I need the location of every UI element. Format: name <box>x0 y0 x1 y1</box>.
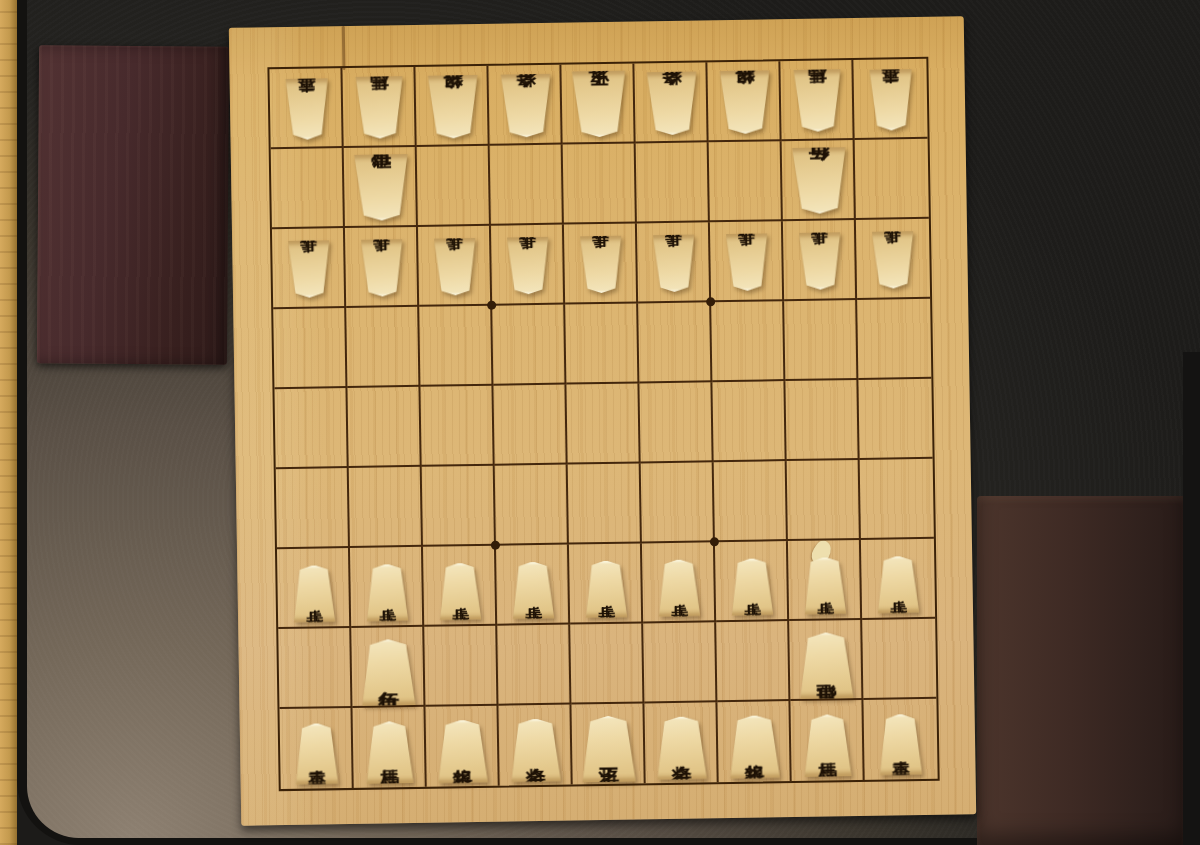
board-cell[interactable] <box>493 385 567 466</box>
board-cell[interactable] <box>857 299 931 380</box>
piece-kanji: 歩兵 <box>811 259 828 262</box>
board-cell[interactable] <box>271 148 345 229</box>
star-point <box>491 541 500 550</box>
piece-kanji: 歩兵 <box>378 591 395 594</box>
board-grid: 香車桂馬銀将金将玉将金将銀将桂馬香車飛車角行歩兵歩兵歩兵歩兵歩兵歩兵歩兵歩兵歩兵… <box>267 57 939 791</box>
board-cell[interactable] <box>784 300 858 381</box>
board-cell[interactable] <box>563 143 637 224</box>
piece-kanji: 玉将 <box>588 102 609 105</box>
board-cell[interactable] <box>349 467 423 548</box>
board-cell[interactable] <box>273 308 347 389</box>
piece-kanji: 歩兵 <box>519 264 536 267</box>
piece-kanji: 金将 <box>671 746 691 749</box>
piece-kanji: 歩兵 <box>451 590 468 593</box>
piece-kanji: 角行 <box>808 179 829 182</box>
board-cell[interactable] <box>424 626 498 707</box>
board-cell[interactable] <box>497 625 571 706</box>
shogi-board: 香車桂馬銀将金将玉将金将銀将桂馬香車飛車角行歩兵歩兵歩兵歩兵歩兵歩兵歩兵歩兵歩兵… <box>229 16 976 825</box>
piece-kanji: 香車 <box>307 752 325 755</box>
piece-kanji: 香車 <box>881 98 899 101</box>
piece-stand-top-left <box>37 45 229 364</box>
piece-kanji: 香車 <box>297 107 315 110</box>
board-cell[interactable] <box>566 383 640 464</box>
board-cell[interactable] <box>785 380 859 461</box>
piece-kanji: 銀将 <box>442 105 462 108</box>
board-cell[interactable] <box>420 386 494 467</box>
piece-kanji: 飛車 <box>370 186 391 189</box>
piece-kanji: 桂馬 <box>808 99 827 102</box>
piece-kanji: 歩兵 <box>373 266 390 269</box>
piece-kanji: 歩兵 <box>670 586 687 589</box>
board-cell[interactable] <box>709 141 783 222</box>
board-cell[interactable] <box>862 619 936 700</box>
board-cell[interactable] <box>565 303 639 384</box>
board-cell[interactable] <box>639 382 713 463</box>
board-cell[interactable] <box>636 142 710 223</box>
board-cell[interactable] <box>714 461 788 542</box>
piece-kanji: 歩兵 <box>743 585 760 588</box>
star-point <box>487 301 496 310</box>
board-cell[interactable] <box>490 145 564 226</box>
piece-kanji: 桂馬 <box>818 744 837 747</box>
piece-kanji: 歩兵 <box>889 583 906 586</box>
board-cell[interactable] <box>641 462 715 543</box>
piece-kanji: 桂馬 <box>370 106 389 109</box>
piece-stand-right <box>977 496 1185 845</box>
piece-kanji: 歩兵 <box>665 261 682 264</box>
left-shelf-wood-strip <box>0 0 17 845</box>
piece-kanji: 王将 <box>598 747 619 750</box>
board-cell[interactable] <box>492 305 566 386</box>
board-cell[interactable] <box>787 460 861 541</box>
board-cell[interactable] <box>422 466 496 547</box>
board-cell[interactable] <box>716 621 790 702</box>
piece-kanji: 金将 <box>525 748 545 751</box>
board-cell[interactable] <box>274 388 348 469</box>
board-cell[interactable] <box>711 301 785 382</box>
board-cell[interactable] <box>638 302 712 383</box>
board-cell[interactable] <box>712 381 786 462</box>
photo-scene: 香車桂馬銀将金将玉将金将銀将桂馬香車飛車角行歩兵歩兵歩兵歩兵歩兵歩兵歩兵歩兵歩兵… <box>0 0 1200 845</box>
board-cell[interactable] <box>570 623 644 704</box>
board-cell[interactable] <box>278 628 352 709</box>
piece-kanji: 歩兵 <box>738 260 755 263</box>
board-cell[interactable] <box>858 379 932 460</box>
board-cell[interactable] <box>568 463 642 544</box>
table-shadow-right <box>1183 352 1200 845</box>
board-cell[interactable] <box>346 307 420 388</box>
piece-kanji: 歩兵 <box>884 258 901 261</box>
piece-kanji: 歩兵 <box>597 587 614 590</box>
piece-kanji: 桂馬 <box>380 751 399 754</box>
board-cell[interactable] <box>860 459 934 540</box>
piece-kanji: 飛車 <box>816 664 837 667</box>
board-cell[interactable] <box>643 622 717 703</box>
piece-kanji: 歩兵 <box>816 584 833 587</box>
piece-kanji: 歩兵 <box>305 592 322 595</box>
piece-kanji: 歩兵 <box>300 267 317 270</box>
board-cell[interactable] <box>347 387 421 468</box>
piece-kanji: 金将 <box>661 101 681 104</box>
piece-kanji: 歩兵 <box>446 265 463 268</box>
board-cell[interactable] <box>419 306 493 387</box>
piece-kanji: 銀将 <box>452 750 472 753</box>
piece-kanji: 歩兵 <box>592 262 609 265</box>
piece-kanji: 銀将 <box>744 745 764 748</box>
board-cell[interactable] <box>276 468 350 549</box>
star-point <box>706 297 715 306</box>
board-cell[interactable] <box>417 146 491 227</box>
board-cell[interactable] <box>855 139 929 220</box>
piece-kanji: 歩兵 <box>524 588 541 591</box>
piece-kanji: 角行 <box>378 671 399 674</box>
board-cell[interactable] <box>495 465 569 546</box>
piece-kanji: 香車 <box>891 743 909 746</box>
piece-kanji: 金将 <box>515 104 535 107</box>
piece-kanji: 銀将 <box>734 100 754 103</box>
star-point <box>710 537 719 546</box>
wood-grain-streak <box>342 26 346 70</box>
